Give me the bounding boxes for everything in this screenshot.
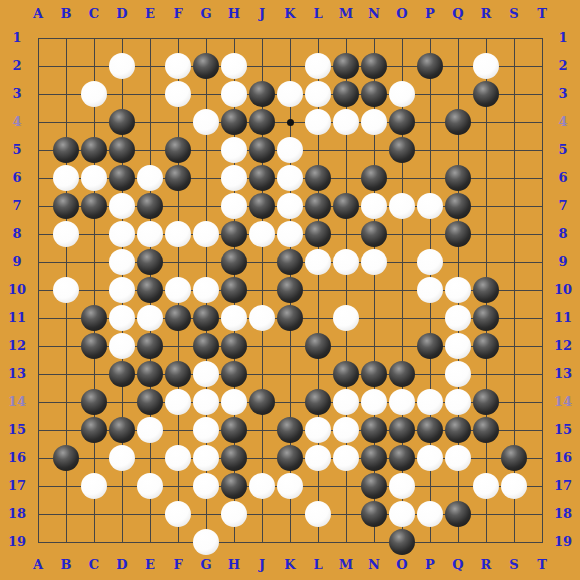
row-label-left: 13	[5, 367, 29, 381]
black-stone[interactable]	[221, 277, 247, 303]
white-stone[interactable]	[473, 473, 499, 499]
column-label-bottom: A	[26, 558, 50, 572]
white-stone[interactable]	[137, 473, 163, 499]
black-stone[interactable]	[445, 417, 471, 443]
column-label-top: L	[306, 7, 330, 21]
black-stone[interactable]	[361, 53, 387, 79]
row-label-left: 3	[5, 87, 29, 101]
column-label-bottom: R	[474, 558, 498, 572]
white-stone[interactable]	[389, 473, 415, 499]
row-label-right: 4	[551, 115, 575, 129]
go-board[interactable]	[24, 24, 556, 556]
black-stone[interactable]	[333, 193, 359, 219]
black-stone[interactable]	[305, 193, 331, 219]
white-stone[interactable]	[445, 361, 471, 387]
row-label-left: 10	[5, 283, 29, 297]
black-stone[interactable]	[221, 221, 247, 247]
black-stone[interactable]	[361, 445, 387, 471]
white-stone[interactable]	[53, 221, 79, 247]
row-label-right: 11	[551, 311, 575, 325]
black-stone[interactable]	[81, 137, 107, 163]
white-stone[interactable]	[445, 333, 471, 359]
black-stone[interactable]	[305, 221, 331, 247]
white-stone[interactable]	[221, 137, 247, 163]
column-label-bottom: E	[138, 558, 162, 572]
white-stone[interactable]	[389, 389, 415, 415]
white-stone[interactable]	[277, 165, 303, 191]
column-label-top: P	[418, 7, 442, 21]
white-stone[interactable]	[165, 389, 191, 415]
black-stone[interactable]	[389, 109, 415, 135]
column-label-bottom: D	[110, 558, 134, 572]
white-stone[interactable]	[221, 81, 247, 107]
black-stone[interactable]	[249, 165, 275, 191]
white-stone[interactable]	[193, 389, 219, 415]
white-stone[interactable]	[193, 277, 219, 303]
white-stone[interactable]	[193, 109, 219, 135]
column-label-top: O	[390, 7, 414, 21]
black-stone[interactable]	[221, 417, 247, 443]
row-label-left: 19	[5, 535, 29, 549]
white-stone[interactable]	[277, 193, 303, 219]
black-stone[interactable]	[221, 361, 247, 387]
column-label-top: A	[26, 7, 50, 21]
black-stone[interactable]	[221, 333, 247, 359]
black-stone[interactable]	[417, 333, 443, 359]
black-stone[interactable]	[473, 277, 499, 303]
black-stone[interactable]	[361, 81, 387, 107]
row-label-right: 15	[551, 423, 575, 437]
white-stone[interactable]	[109, 193, 135, 219]
white-stone[interactable]	[81, 165, 107, 191]
black-stone[interactable]	[137, 333, 163, 359]
white-stone[interactable]	[221, 53, 247, 79]
white-stone[interactable]	[333, 417, 359, 443]
column-label-top: S	[502, 7, 526, 21]
white-stone[interactable]	[361, 249, 387, 275]
white-stone[interactable]	[277, 473, 303, 499]
black-stone[interactable]	[305, 165, 331, 191]
row-label-left: 9	[5, 255, 29, 269]
black-stone[interactable]	[277, 305, 303, 331]
black-stone[interactable]	[445, 501, 471, 527]
black-stone[interactable]	[473, 305, 499, 331]
black-stone[interactable]	[137, 249, 163, 275]
white-stone[interactable]	[445, 277, 471, 303]
row-label-left: 15	[5, 423, 29, 437]
white-stone[interactable]	[137, 165, 163, 191]
row-label-right: 6	[551, 171, 575, 185]
black-stone[interactable]	[109, 165, 135, 191]
column-label-bottom: Q	[446, 558, 470, 572]
black-stone[interactable]	[445, 109, 471, 135]
black-stone[interactable]	[81, 193, 107, 219]
white-stone[interactable]	[305, 109, 331, 135]
row-label-right: 14	[551, 395, 575, 409]
white-stone[interactable]	[333, 109, 359, 135]
white-stone[interactable]	[417, 501, 443, 527]
black-stone[interactable]	[165, 165, 191, 191]
column-label-top: G	[194, 7, 218, 21]
white-stone[interactable]	[109, 53, 135, 79]
white-stone[interactable]	[165, 53, 191, 79]
black-stone[interactable]	[81, 417, 107, 443]
white-stone[interactable]	[417, 389, 443, 415]
white-stone[interactable]	[417, 193, 443, 219]
black-stone[interactable]	[361, 473, 387, 499]
black-stone[interactable]	[53, 137, 79, 163]
black-stone[interactable]	[81, 389, 107, 415]
black-stone[interactable]	[53, 193, 79, 219]
black-stone[interactable]	[109, 109, 135, 135]
black-stone[interactable]	[165, 137, 191, 163]
row-label-left: 14	[5, 395, 29, 409]
black-stone[interactable]	[333, 361, 359, 387]
row-label-left: 2	[5, 59, 29, 73]
white-stone[interactable]	[221, 501, 247, 527]
black-stone[interactable]	[361, 221, 387, 247]
column-label-bottom: O	[390, 558, 414, 572]
white-stone[interactable]	[53, 165, 79, 191]
column-label-top: D	[110, 7, 134, 21]
black-stone[interactable]	[277, 445, 303, 471]
black-stone[interactable]	[389, 361, 415, 387]
white-stone[interactable]	[193, 417, 219, 443]
white-stone[interactable]	[305, 249, 331, 275]
star-point	[287, 119, 294, 126]
black-stone[interactable]	[109, 417, 135, 443]
white-stone[interactable]	[501, 473, 527, 499]
row-label-right: 16	[551, 451, 575, 465]
white-stone[interactable]	[305, 53, 331, 79]
white-stone[interactable]	[305, 81, 331, 107]
black-stone[interactable]	[221, 445, 247, 471]
white-stone[interactable]	[81, 473, 107, 499]
white-stone[interactable]	[165, 277, 191, 303]
white-stone[interactable]	[109, 249, 135, 275]
column-label-bottom: T	[530, 558, 554, 572]
column-label-bottom: C	[82, 558, 106, 572]
white-stone[interactable]	[221, 389, 247, 415]
black-stone[interactable]	[389, 137, 415, 163]
row-label-right: 18	[551, 507, 575, 521]
black-stone[interactable]	[361, 417, 387, 443]
white-stone[interactable]	[361, 389, 387, 415]
column-label-top: Q	[446, 7, 470, 21]
row-label-left: 18	[5, 507, 29, 521]
black-stone[interactable]	[193, 333, 219, 359]
black-stone[interactable]	[221, 473, 247, 499]
black-stone[interactable]	[221, 109, 247, 135]
black-stone[interactable]	[81, 333, 107, 359]
black-stone[interactable]	[277, 417, 303, 443]
white-stone[interactable]	[221, 193, 247, 219]
white-stone[interactable]	[249, 305, 275, 331]
row-label-right: 3	[551, 87, 575, 101]
column-label-top: C	[82, 7, 106, 21]
black-stone[interactable]	[389, 529, 415, 555]
row-label-left: 12	[5, 339, 29, 353]
white-stone[interactable]	[81, 81, 107, 107]
white-stone[interactable]	[417, 445, 443, 471]
black-stone[interactable]	[417, 53, 443, 79]
row-label-right: 12	[551, 339, 575, 353]
row-label-right: 2	[551, 59, 575, 73]
black-stone[interactable]	[109, 137, 135, 163]
go-game-screen: AABBCCDDEEFFGGHHJJKKLLMMNNOOPPQQRRSSTT11…	[0, 0, 580, 580]
column-label-bottom: K	[278, 558, 302, 572]
black-stone[interactable]	[473, 81, 499, 107]
column-label-top: F	[166, 7, 190, 21]
black-stone[interactable]	[305, 389, 331, 415]
row-label-right: 17	[551, 479, 575, 493]
black-stone[interactable]	[277, 277, 303, 303]
column-label-top: R	[474, 7, 498, 21]
black-stone[interactable]	[473, 333, 499, 359]
white-stone[interactable]	[109, 221, 135, 247]
row-label-left: 17	[5, 479, 29, 493]
white-stone[interactable]	[193, 473, 219, 499]
row-label-right: 13	[551, 367, 575, 381]
white-stone[interactable]	[445, 389, 471, 415]
column-label-top: E	[138, 7, 162, 21]
row-label-left: 7	[5, 199, 29, 213]
black-stone[interactable]	[389, 445, 415, 471]
white-stone[interactable]	[445, 445, 471, 471]
black-stone[interactable]	[193, 53, 219, 79]
row-label-left: 4	[5, 115, 29, 129]
row-label-right: 10	[551, 283, 575, 297]
column-label-top: N	[362, 7, 386, 21]
white-stone[interactable]	[137, 417, 163, 443]
white-stone[interactable]	[109, 305, 135, 331]
white-stone[interactable]	[221, 305, 247, 331]
column-label-bottom: G	[194, 558, 218, 572]
black-stone[interactable]	[361, 165, 387, 191]
row-label-left: 16	[5, 451, 29, 465]
row-label-left: 6	[5, 171, 29, 185]
row-label-left: 1	[5, 31, 29, 45]
black-stone[interactable]	[277, 249, 303, 275]
column-label-top: T	[530, 7, 554, 21]
column-label-bottom: J	[250, 558, 274, 572]
black-stone[interactable]	[305, 333, 331, 359]
white-stone[interactable]	[417, 249, 443, 275]
white-stone[interactable]	[109, 277, 135, 303]
column-label-top: J	[250, 7, 274, 21]
white-stone[interactable]	[249, 473, 275, 499]
white-stone[interactable]	[361, 109, 387, 135]
white-stone[interactable]	[193, 361, 219, 387]
row-label-right: 5	[551, 143, 575, 157]
black-stone[interactable]	[333, 53, 359, 79]
white-stone[interactable]	[333, 389, 359, 415]
black-stone[interactable]	[137, 389, 163, 415]
white-stone[interactable]	[305, 445, 331, 471]
white-stone[interactable]	[333, 305, 359, 331]
row-label-right: 9	[551, 255, 575, 269]
column-label-top: B	[54, 7, 78, 21]
row-label-right: 1	[551, 31, 575, 45]
white-stone[interactable]	[333, 249, 359, 275]
black-stone[interactable]	[137, 361, 163, 387]
column-label-bottom: M	[334, 558, 358, 572]
white-stone[interactable]	[417, 277, 443, 303]
black-stone[interactable]	[249, 137, 275, 163]
white-stone[interactable]	[165, 501, 191, 527]
white-stone[interactable]	[193, 529, 219, 555]
row-label-left: 11	[5, 311, 29, 325]
row-label-left: 5	[5, 143, 29, 157]
black-stone[interactable]	[361, 501, 387, 527]
row-label-right: 19	[551, 535, 575, 549]
white-stone[interactable]	[137, 221, 163, 247]
column-label-bottom: L	[306, 558, 330, 572]
black-stone[interactable]	[165, 361, 191, 387]
white-stone[interactable]	[193, 445, 219, 471]
column-label-bottom: B	[54, 558, 78, 572]
column-label-top: H	[222, 7, 246, 21]
black-stone[interactable]	[417, 417, 443, 443]
column-label-bottom: N	[362, 558, 386, 572]
column-label-bottom: S	[502, 558, 526, 572]
white-stone[interactable]	[249, 221, 275, 247]
column-label-bottom: H	[222, 558, 246, 572]
white-stone[interactable]	[361, 193, 387, 219]
white-stone[interactable]	[165, 221, 191, 247]
white-stone[interactable]	[445, 305, 471, 331]
black-stone[interactable]	[193, 305, 219, 331]
row-label-right: 7	[551, 199, 575, 213]
white-stone[interactable]	[473, 53, 499, 79]
black-stone[interactable]	[473, 389, 499, 415]
black-stone[interactable]	[249, 109, 275, 135]
column-label-bottom: F	[166, 558, 190, 572]
black-stone[interactable]	[445, 165, 471, 191]
black-stone[interactable]	[165, 305, 191, 331]
row-label-right: 8	[551, 227, 575, 241]
white-stone[interactable]	[333, 445, 359, 471]
white-stone[interactable]	[221, 165, 247, 191]
white-stone[interactable]	[277, 81, 303, 107]
column-label-top: K	[278, 7, 302, 21]
black-stone[interactable]	[53, 445, 79, 471]
black-stone[interactable]	[361, 361, 387, 387]
black-stone[interactable]	[473, 417, 499, 443]
white-stone[interactable]	[305, 501, 331, 527]
column-label-bottom: P	[418, 558, 442, 572]
white-stone[interactable]	[193, 221, 219, 247]
black-stone[interactable]	[445, 221, 471, 247]
white-stone[interactable]	[109, 445, 135, 471]
white-stone[interactable]	[165, 81, 191, 107]
white-stone[interactable]	[277, 137, 303, 163]
white-stone[interactable]	[389, 501, 415, 527]
white-stone[interactable]	[53, 277, 79, 303]
row-label-left: 8	[5, 227, 29, 241]
white-stone[interactable]	[389, 193, 415, 219]
black-stone[interactable]	[137, 277, 163, 303]
black-stone[interactable]	[249, 389, 275, 415]
white-stone[interactable]	[109, 333, 135, 359]
black-stone[interactable]	[445, 193, 471, 219]
column-label-top: M	[334, 7, 358, 21]
black-stone[interactable]	[137, 193, 163, 219]
white-stone[interactable]	[277, 221, 303, 247]
white-stone[interactable]	[165, 445, 191, 471]
black-stone[interactable]	[249, 81, 275, 107]
black-stone[interactable]	[389, 417, 415, 443]
black-stone[interactable]	[109, 361, 135, 387]
white-stone[interactable]	[137, 305, 163, 331]
black-stone[interactable]	[221, 249, 247, 275]
black-stone[interactable]	[249, 193, 275, 219]
black-stone[interactable]	[501, 445, 527, 471]
black-stone[interactable]	[81, 305, 107, 331]
white-stone[interactable]	[389, 81, 415, 107]
black-stone[interactable]	[333, 81, 359, 107]
white-stone[interactable]	[305, 417, 331, 443]
